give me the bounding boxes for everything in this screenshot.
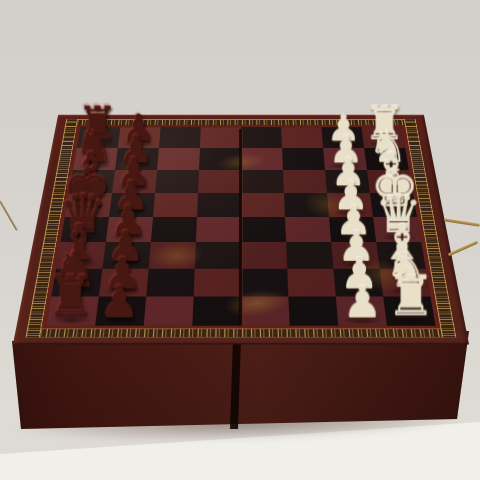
board-square[interactable] — [115, 148, 159, 170]
board-square[interactable] — [197, 193, 241, 217]
board-square[interactable] — [241, 170, 284, 193]
board-square[interactable] — [73, 148, 118, 170]
board-square[interactable] — [157, 148, 200, 170]
board-square[interactable] — [153, 193, 198, 217]
board-square[interactable] — [77, 127, 121, 148]
board-square[interactable] — [112, 170, 157, 193]
board-square[interactable] — [323, 148, 367, 170]
board-square[interactable] — [241, 127, 282, 148]
piece-ivory-rook[interactable]: ♜ — [383, 296, 435, 325]
piece-dark-pawn[interactable]: ♟ — [95, 296, 146, 325]
piece-ivory-pawn[interactable]: ♟ — [336, 296, 387, 325]
board-square[interactable] — [155, 170, 199, 193]
board-square[interactable] — [284, 193, 329, 217]
board-square[interactable] — [199, 148, 241, 170]
board-square[interactable] — [325, 170, 370, 193]
board-square[interactable] — [198, 170, 241, 193]
board-square[interactable] — [241, 193, 285, 217]
board-square[interactable] — [159, 127, 201, 148]
photo-scene: ♜♞♝♛♚♝♞♜♟♟♟♟♟♟♟♟♟♟♟♟♟♟♟♟♜♞♝♛♚♝♞♜ — [0, 0, 480, 480]
board-square[interactable] — [241, 148, 283, 170]
dark-pawn-glyph: ♟ — [100, 280, 140, 324]
ivory-rook-glyph: ♜ — [386, 269, 435, 324]
board-square[interactable] — [283, 170, 327, 193]
dark-rook-glyph: ♜ — [46, 269, 95, 324]
board-square[interactable] — [200, 127, 241, 148]
board-square[interactable] — [364, 148, 409, 170]
board-square[interactable] — [362, 127, 406, 148]
ivory-pawn-glyph: ♟ — [343, 280, 383, 324]
greek-key-border-bottom — [25, 329, 456, 338]
board-perspective-scene: ♜♞♝♛♚♝♞♜♟♟♟♟♟♟♟♟♟♟♟♟♟♟♟♟♜♞♝♛♚♝♞♜ — [0, 0, 480, 480]
board-square[interactable] — [321, 127, 364, 148]
chess-board: ♜♞♝♛♚♝♞♜♟♟♟♟♟♟♟♟♟♟♟♟♟♟♟♟♜♞♝♛♚♝♞♜ — [13, 115, 469, 345]
board-square[interactable] — [282, 148, 325, 170]
board-square[interactable] — [281, 127, 323, 148]
piece-dark-rook[interactable]: ♜ — [46, 296, 98, 325]
board-square[interactable] — [118, 127, 161, 148]
